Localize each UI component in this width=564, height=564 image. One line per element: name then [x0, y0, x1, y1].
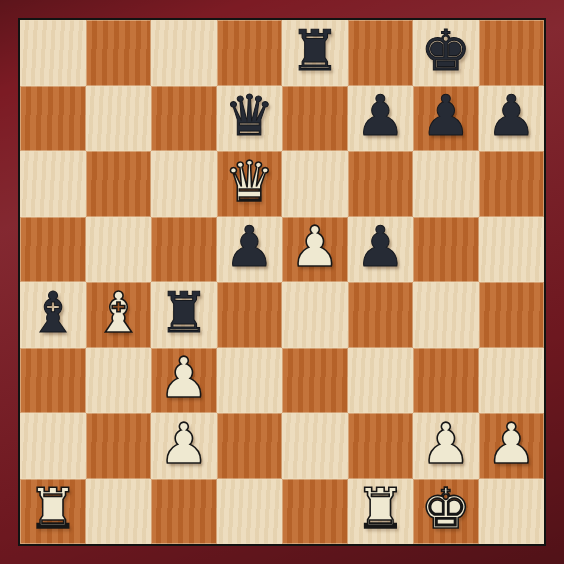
square-f1[interactable]: ♜: [348, 479, 414, 545]
chess-board: ♜♚♛♟♟♟♛♟♟♟♝♝♜♟♟♟♟♜♜♚: [20, 20, 544, 544]
black-pawn: ♟: [224, 219, 274, 275]
square-g7[interactable]: ♟: [413, 86, 479, 152]
square-e4[interactable]: [282, 282, 348, 348]
square-f6[interactable]: [348, 151, 414, 217]
square-g3[interactable]: [413, 348, 479, 414]
black-pawn: ♟: [355, 219, 405, 275]
square-a8[interactable]: [20, 20, 86, 86]
square-d8[interactable]: [217, 20, 283, 86]
square-c5[interactable]: [151, 217, 217, 283]
square-b7[interactable]: [86, 86, 152, 152]
square-b8[interactable]: [86, 20, 152, 86]
square-a7[interactable]: [20, 86, 86, 152]
square-g8[interactable]: ♚: [413, 20, 479, 86]
square-a5[interactable]: [20, 217, 86, 283]
square-f7[interactable]: ♟: [348, 86, 414, 152]
square-h8[interactable]: [479, 20, 545, 86]
square-e5[interactable]: ♟: [282, 217, 348, 283]
square-e2[interactable]: [282, 413, 348, 479]
square-a2[interactable]: [20, 413, 86, 479]
square-g6[interactable]: [413, 151, 479, 217]
square-b4[interactable]: ♝: [86, 282, 152, 348]
square-e7[interactable]: [282, 86, 348, 152]
square-h3[interactable]: [479, 348, 545, 414]
white-pawn: ♟: [290, 219, 340, 275]
white-pawn: ♟: [159, 350, 209, 406]
square-a3[interactable]: [20, 348, 86, 414]
white-pawn: ♟: [421, 416, 471, 472]
white-pawn: ♟: [486, 416, 536, 472]
board-frame: ♜♚♛♟♟♟♛♟♟♟♝♝♜♟♟♟♟♜♜♚: [0, 0, 564, 564]
square-h2[interactable]: ♟: [479, 413, 545, 479]
square-h6[interactable]: [479, 151, 545, 217]
square-f8[interactable]: [348, 20, 414, 86]
square-d4[interactable]: [217, 282, 283, 348]
square-d7[interactable]: ♛: [217, 86, 283, 152]
square-f4[interactable]: [348, 282, 414, 348]
square-e8[interactable]: ♜: [282, 20, 348, 86]
white-queen: ♛: [224, 154, 274, 210]
square-f3[interactable]: [348, 348, 414, 414]
square-c4[interactable]: ♜: [151, 282, 217, 348]
square-g4[interactable]: [413, 282, 479, 348]
square-e3[interactable]: [282, 348, 348, 414]
square-b5[interactable]: [86, 217, 152, 283]
square-h1[interactable]: [479, 479, 545, 545]
white-pawn: ♟: [159, 416, 209, 472]
square-c8[interactable]: [151, 20, 217, 86]
black-queen: ♛: [224, 88, 274, 144]
black-pawn: ♟: [355, 88, 405, 144]
square-h5[interactable]: [479, 217, 545, 283]
square-f5[interactable]: ♟: [348, 217, 414, 283]
square-a1[interactable]: ♜: [20, 479, 86, 545]
square-b3[interactable]: [86, 348, 152, 414]
square-b1[interactable]: [86, 479, 152, 545]
square-e6[interactable]: [282, 151, 348, 217]
square-f2[interactable]: [348, 413, 414, 479]
square-d3[interactable]: [217, 348, 283, 414]
black-rook: ♜: [159, 285, 209, 341]
board-inner-edge: ♜♚♛♟♟♟♛♟♟♟♝♝♜♟♟♟♟♜♜♚: [18, 18, 546, 546]
square-c2[interactable]: ♟: [151, 413, 217, 479]
square-d1[interactable]: [217, 479, 283, 545]
square-c3[interactable]: ♟: [151, 348, 217, 414]
square-e1[interactable]: [282, 479, 348, 545]
square-h4[interactable]: [479, 282, 545, 348]
square-g1[interactable]: ♚: [413, 479, 479, 545]
square-g5[interactable]: [413, 217, 479, 283]
square-h7[interactable]: ♟: [479, 86, 545, 152]
square-c1[interactable]: [151, 479, 217, 545]
white-rook: ♜: [28, 481, 78, 537]
square-d5[interactable]: ♟: [217, 217, 283, 283]
square-b2[interactable]: [86, 413, 152, 479]
square-d2[interactable]: [217, 413, 283, 479]
square-a4[interactable]: ♝: [20, 282, 86, 348]
white-rook: ♜: [355, 481, 405, 537]
white-bishop: ♝: [93, 285, 143, 341]
square-c7[interactable]: [151, 86, 217, 152]
black-pawn: ♟: [421, 88, 471, 144]
white-king: ♚: [421, 481, 471, 537]
black-bishop: ♝: [28, 285, 78, 341]
black-pawn: ♟: [486, 88, 536, 144]
square-d6[interactable]: ♛: [217, 151, 283, 217]
square-b6[interactable]: [86, 151, 152, 217]
square-c6[interactable]: [151, 151, 217, 217]
black-king: ♚: [421, 23, 471, 79]
black-rook: ♜: [290, 23, 340, 79]
square-g2[interactable]: ♟: [413, 413, 479, 479]
square-a6[interactable]: [20, 151, 86, 217]
